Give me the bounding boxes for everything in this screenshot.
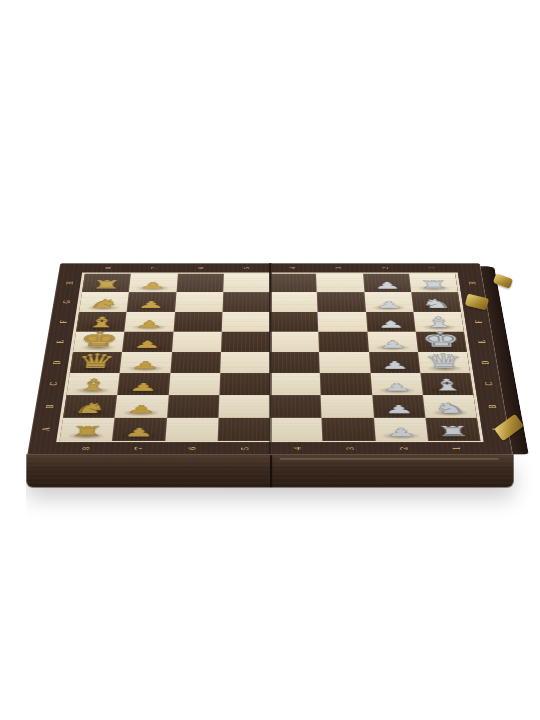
square-b4[interactable] [270, 395, 322, 418]
piece-white-pawn-d2[interactable]: ♟ [375, 360, 415, 370]
square-h6[interactable] [176, 274, 224, 293]
square-g8[interactable]: ♞ [79, 292, 129, 311]
square-a2[interactable]: ♟ [373, 418, 427, 441]
piece-white-queen-d1[interactable]: ♛ [422, 351, 466, 370]
square-b5[interactable] [218, 395, 270, 418]
piece-black-pawn-g7[interactable]: ♟ [132, 300, 170, 309]
chess-set-photo: 87654321 87654321 HGFEDCBA HGFEDCBA ♜♟♟♜… [0, 0, 540, 720]
square-h7[interactable]: ♟ [129, 274, 177, 293]
square-g6[interactable] [175, 292, 223, 311]
square-d2[interactable]: ♟ [369, 352, 421, 373]
piece-black-bishop-c8[interactable]: ♝ [73, 376, 114, 392]
square-e7[interactable]: ♟ [122, 332, 173, 352]
square-f3[interactable] [318, 312, 367, 332]
piece-shadow [67, 432, 106, 439]
square-f5[interactable] [222, 312, 270, 332]
square-d8[interactable]: ♛ [70, 352, 122, 373]
square-d4[interactable] [270, 352, 320, 373]
square-c2[interactable]: ♟ [370, 373, 423, 395]
piece-black-rook-h8[interactable]: ♜ [87, 279, 125, 290]
piece-shadow [426, 365, 463, 372]
piece-white-knight-b1[interactable]: ♞ [429, 401, 471, 415]
square-h8[interactable]: ♜ [82, 274, 131, 293]
piece-white-pawn-g2[interactable]: ♟ [370, 300, 408, 309]
piece-shadow [382, 432, 420, 439]
piece-black-pawn-f7[interactable]: ♟ [130, 319, 169, 329]
square-a4[interactable] [270, 418, 323, 441]
piece-shadow [429, 387, 466, 394]
piece-white-knight-g1[interactable]: ♞ [417, 297, 456, 309]
piece-shadow [431, 409, 469, 416]
square-b1[interactable]: ♞ [423, 395, 477, 418]
piece-black-knight-g8[interactable]: ♞ [85, 297, 124, 309]
piece-black-rook-a8[interactable]: ♜ [66, 424, 109, 438]
square-h1[interactable]: ♜ [409, 274, 458, 293]
square-b6[interactable] [167, 395, 220, 418]
square-c1[interactable]: ♝ [420, 373, 473, 395]
square-f4[interactable] [270, 312, 318, 332]
square-a6[interactable] [165, 418, 218, 441]
piece-black-pawn-b7[interactable]: ♟ [121, 404, 162, 415]
square-d1[interactable]: ♛ [418, 352, 470, 373]
square-f6[interactable] [173, 312, 222, 332]
square-f2[interactable]: ♟ [365, 312, 415, 332]
piece-white-pawn-a2[interactable]: ♟ [380, 427, 422, 438]
piece-shadow [378, 387, 415, 394]
square-c4[interactable] [270, 373, 321, 395]
piece-white-rook-h1[interactable]: ♜ [415, 279, 453, 290]
square-g2[interactable]: ♟ [364, 292, 413, 311]
perspective-stage: 87654321 87654321 HGFEDCBA HGFEDCBA ♜♟♟♜… [0, 0, 540, 720]
wood-scratch [280, 458, 499, 459]
square-e3[interactable] [318, 332, 368, 352]
piece-white-pawn-f2[interactable]: ♟ [371, 319, 410, 329]
square-d7[interactable]: ♟ [120, 352, 172, 373]
piece-black-pawn-h7[interactable]: ♟ [134, 281, 171, 290]
chess-board: 87654321 87654321 HGFEDCBA HGFEDCBA ♜♟♟♜… [27, 263, 512, 454]
square-a3[interactable] [322, 418, 375, 441]
piece-white-pawn-c2[interactable]: ♟ [376, 382, 416, 393]
piece-shadow [376, 365, 413, 372]
square-b7[interactable]: ♟ [115, 395, 168, 418]
square-c5[interactable] [219, 373, 270, 395]
square-e4[interactable] [270, 332, 319, 352]
piece-shadow [434, 432, 473, 439]
piece-white-bishop-c1[interactable]: ♝ [426, 376, 467, 392]
square-a8[interactable]: ♜ [60, 418, 115, 441]
square-a7[interactable]: ♟ [112, 418, 166, 441]
square-c7[interactable]: ♟ [117, 373, 170, 395]
piece-black-king-e8[interactable]: ♚ [77, 329, 121, 349]
box-front-side [26, 454, 513, 487]
square-f7[interactable]: ♟ [125, 312, 175, 332]
square-c3[interactable] [320, 373, 372, 395]
square-b8[interactable]: ♞ [63, 395, 117, 418]
piece-shadow [74, 387, 111, 394]
square-h2[interactable]: ♟ [363, 274, 411, 293]
square-g5[interactable] [222, 292, 270, 311]
piece-shadow [120, 432, 158, 439]
piece-shadow [122, 409, 160, 416]
square-h3[interactable] [316, 274, 364, 293]
piece-shadow [77, 365, 114, 372]
piece-shadow [380, 409, 418, 416]
square-e2[interactable]: ♟ [367, 332, 418, 352]
square-a1[interactable]: ♜ [425, 418, 480, 441]
square-g3[interactable] [317, 292, 365, 311]
piece-white-pawn-b2[interactable]: ♟ [378, 404, 419, 415]
piece-white-pawn-e2[interactable]: ♟ [373, 339, 412, 349]
square-e6[interactable] [172, 332, 222, 352]
piece-shadow [127, 365, 164, 372]
piece-white-king-e1[interactable]: ♚ [419, 329, 463, 349]
square-h4[interactable] [270, 274, 317, 293]
square-a5[interactable] [217, 418, 270, 441]
fold-seam-front-face [270, 455, 272, 487]
square-d6[interactable] [170, 352, 221, 373]
square-b3[interactable] [321, 395, 374, 418]
piece-black-pawn-e7[interactable]: ♟ [128, 339, 167, 349]
piece-black-knight-b8[interactable]: ♞ [69, 401, 111, 415]
square-e5[interactable] [221, 332, 270, 352]
piece-black-queen-d8[interactable]: ♛ [74, 351, 118, 370]
piece-shadow [125, 387, 162, 394]
square-b2[interactable]: ♟ [372, 395, 425, 418]
piece-black-pawn-d7[interactable]: ♟ [126, 360, 166, 370]
piece-black-pawn-a7[interactable]: ♟ [118, 427, 160, 438]
piece-white-rook-a1[interactable]: ♜ [432, 424, 475, 438]
square-g7[interactable]: ♟ [127, 292, 176, 311]
square-g4[interactable] [270, 292, 318, 311]
square-g1[interactable]: ♞ [411, 292, 461, 311]
piece-white-pawn-h2[interactable]: ♟ [368, 281, 405, 290]
square-h5[interactable] [223, 274, 270, 293]
piece-shadow [71, 409, 109, 416]
piece-black-pawn-c7[interactable]: ♟ [123, 382, 163, 393]
square-d5[interactable] [220, 352, 270, 373]
square-c6[interactable] [168, 373, 220, 395]
square-d3[interactable] [319, 352, 370, 373]
square-c8[interactable]: ♝ [67, 373, 120, 395]
